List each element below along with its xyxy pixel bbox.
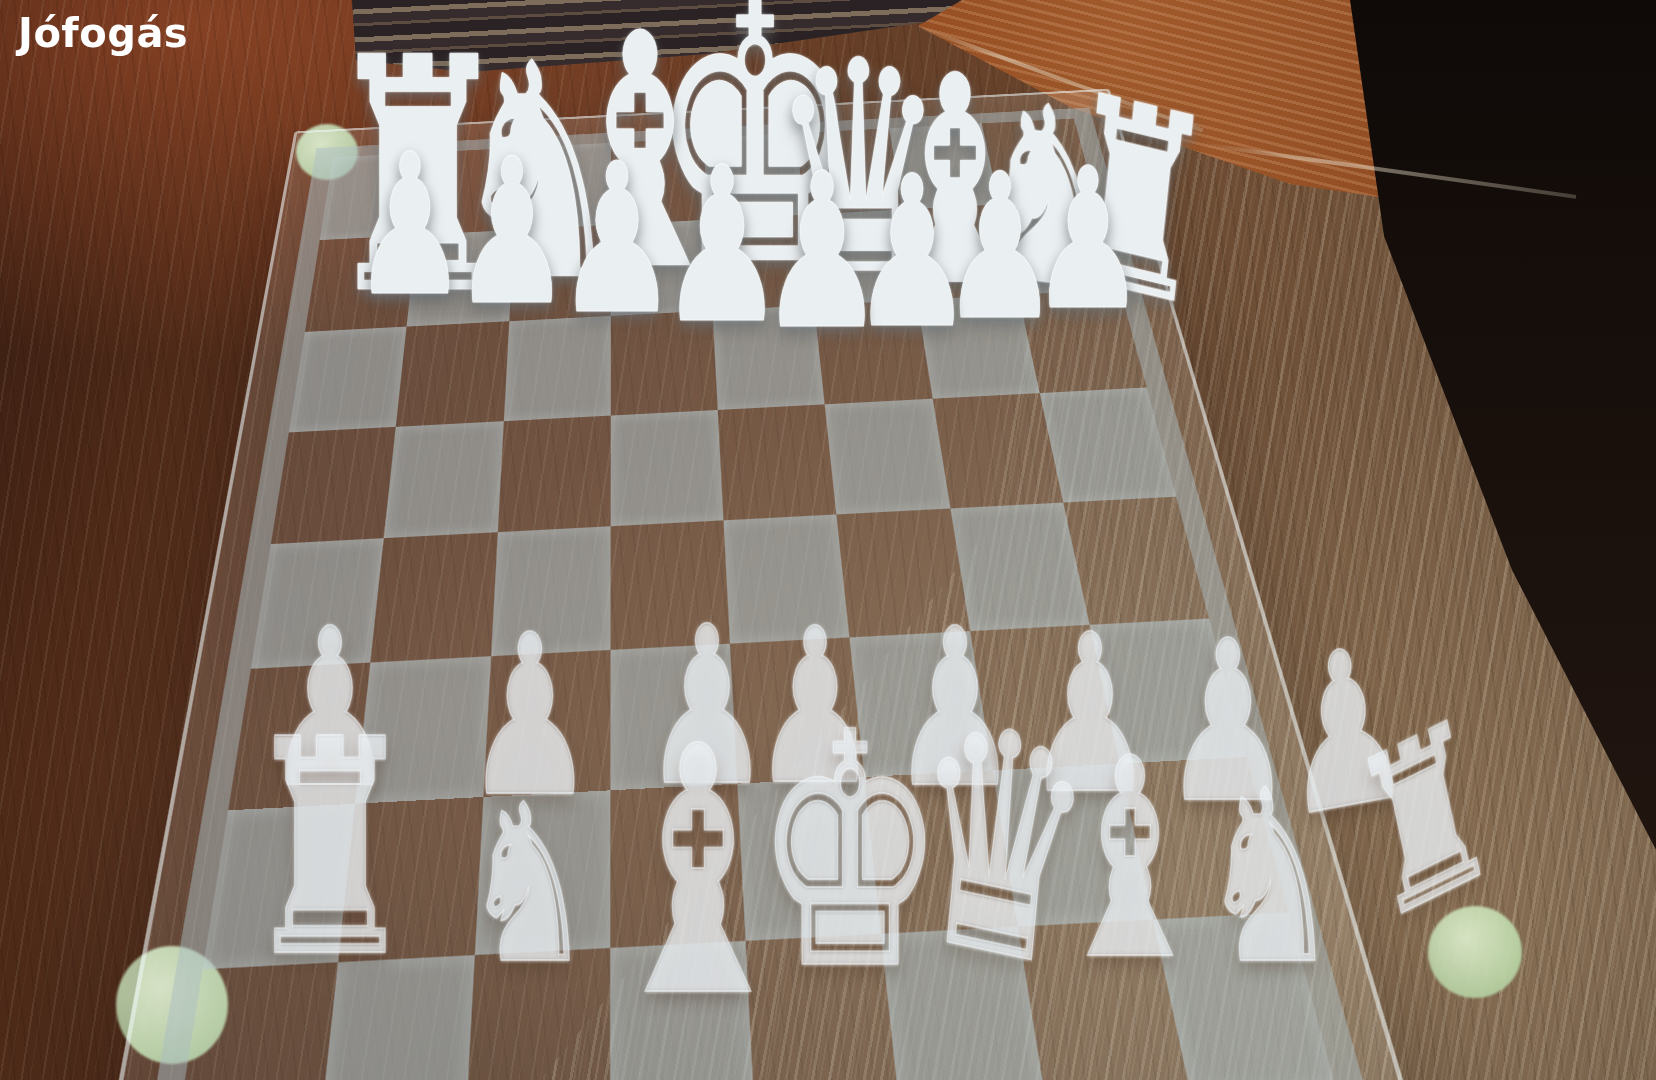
square-a4 [1039,387,1176,502]
piece-black-bishop-3: ♝ [597,702,799,1043]
piece-black-knight-7: ♞ [1200,759,1341,997]
piece-white-pawn-1: ♟ [352,128,467,323]
jofogas-watermark: Jófogás [18,10,188,56]
square-d4 [718,404,837,520]
piece-black-rook-1: ♜ [242,701,418,998]
photo-stage: Jófogás ♜♞♝♚♛♝♞♜♟♟♟♟♟♟♟♟♟♟♟♟♟♟♟♟♜♞♝♚♛♝♞♜ [0,0,1656,1080]
square-e4 [610,410,723,527]
square-c4 [825,398,950,514]
piece-black-bishop-6: ♝ [1049,723,1212,998]
piece-white-pawn-5: ♟ [759,145,886,359]
square-g4 [384,421,503,538]
square-h4 [271,427,396,545]
piece-white-pawn-2: ♟ [453,132,572,333]
piece-black-knight-2: ♞ [464,776,593,994]
square-f4 [497,415,610,532]
